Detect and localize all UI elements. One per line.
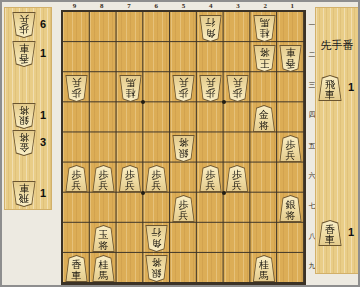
koma-label: 歩兵 (98, 170, 109, 191)
hand-sente-lance-count: 1 (344, 226, 358, 238)
koma-label: 香車 (325, 224, 336, 245)
shogi-app-window: 9 8 7 6 5 4 3 2 1 一 二 三 四 五 六 七 八 九 先手番 … (0, 0, 360, 287)
koma-label: 歩兵 (19, 13, 30, 34)
file-label: 4 (197, 2, 224, 10)
koma-label: 王将 (259, 46, 270, 67)
koma-label: 歩兵 (285, 140, 296, 161)
koma-label: 桂馬 (259, 260, 270, 281)
koma-label: 飛車 (325, 79, 336, 100)
koma-label: 金将 (259, 110, 270, 131)
koma-label: 飛車 (19, 182, 30, 203)
file-label: 2 (252, 2, 279, 10)
koma-label: 銀将 (285, 200, 296, 221)
koma-label: 銀将 (151, 256, 162, 277)
koma-label: 桂馬 (98, 260, 109, 281)
hand-gote-pawn-count: 6 (36, 18, 50, 30)
koma-label: 歩兵 (151, 170, 162, 191)
file-label: 6 (143, 2, 170, 10)
koma-label: 歩兵 (71, 170, 82, 191)
turn-indicator: 先手番 (315, 38, 359, 53)
file-label: 1 (279, 2, 306, 10)
koma-label: 歩兵 (71, 76, 82, 97)
koma-label: 歩兵 (232, 76, 243, 97)
koma-label: 歩兵 (178, 76, 189, 97)
hand-sente-rook-count: 1 (344, 81, 358, 93)
file-label: 3 (224, 2, 251, 10)
koma-label: 歩兵 (205, 76, 216, 97)
koma-label: 歩兵 (178, 200, 189, 221)
koma-label: 香車 (285, 46, 296, 67)
file-label: 7 (115, 2, 142, 10)
koma-label: 銀将 (19, 104, 30, 125)
koma-label: 金将 (19, 131, 30, 152)
koma-label: 桂馬 (125, 76, 136, 97)
hand-gote-silver-count: 1 (36, 109, 50, 121)
koma-label: 歩兵 (232, 170, 243, 191)
koma-label: 玉将 (98, 230, 109, 251)
file-label: 8 (88, 2, 115, 10)
koma-label: 歩兵 (205, 170, 216, 191)
koma-label: 香車 (71, 260, 82, 281)
file-coordinates: 9 8 7 6 5 4 3 2 1 (61, 2, 306, 10)
hand-gote-lance-count: 1 (36, 47, 50, 59)
hoshi-dot (222, 191, 226, 195)
koma-label: 桂馬 (259, 16, 270, 37)
koma-label: 香車 (19, 42, 30, 63)
hand-gote-rook-count: 1 (36, 187, 50, 199)
hand-gote-gold-count: 3 (36, 136, 50, 148)
koma-label: 角行 (151, 226, 162, 247)
koma-label: 角行 (205, 16, 216, 37)
file-label: 9 (61, 2, 88, 10)
koma-label: 歩兵 (125, 170, 136, 191)
koma-label: 銀将 (178, 136, 189, 157)
file-label: 5 (170, 2, 197, 10)
